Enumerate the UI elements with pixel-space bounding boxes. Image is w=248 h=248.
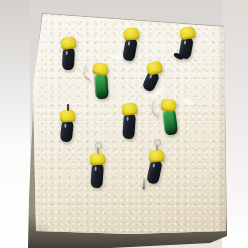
jig-head	[60, 109, 76, 122]
jig-body-black	[122, 37, 138, 62]
background-surface-left	[0, 0, 30, 248]
jig-body-black	[90, 163, 104, 189]
jig-lure	[147, 62, 162, 98]
jig-lure	[122, 103, 137, 139]
jig-head	[146, 60, 164, 75]
jig-lure	[90, 153, 105, 189]
jig-head	[160, 98, 177, 112]
jig-head	[124, 27, 140, 40]
jig-head	[92, 62, 109, 76]
jig-lure	[60, 110, 75, 146]
jig-body-green	[94, 73, 109, 100]
jig-body-green	[162, 108, 178, 135]
jig-body-black	[59, 119, 73, 142]
jig-body-black	[178, 36, 194, 60]
photo-of-jig-lures-on-foam	[0, 0, 248, 248]
jig-lure	[124, 28, 139, 64]
jig-lure	[149, 150, 164, 186]
jig-head	[90, 153, 106, 166]
jig-hook-shank	[67, 104, 69, 111]
jig-lure	[180, 27, 195, 63]
jig-body-black	[61, 47, 74, 71]
jig-head	[148, 149, 164, 163]
jig-body-black	[122, 113, 136, 140]
jig-lure	[61, 37, 76, 73]
jig-lure	[93, 63, 108, 99]
jig-head	[121, 102, 138, 116]
jig-hook-shank	[156, 145, 158, 151]
jig-hook-shank	[97, 148, 99, 154]
jig-body-black	[146, 159, 163, 185]
jig-lure	[161, 99, 176, 135]
foam-dent-mark	[177, 94, 197, 108]
jig-head	[60, 36, 77, 50]
jig-head	[179, 26, 196, 40]
